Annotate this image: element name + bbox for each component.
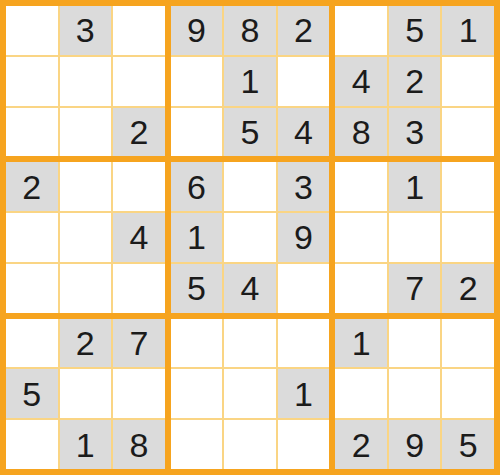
cell-r5c1[interactable] [6,213,58,262]
cell-r7c7: 1 [335,319,387,368]
cell-r4c2[interactable] [60,162,112,211]
cell-r1c6: 2 [278,6,330,55]
cell-r6c2[interactable] [60,264,112,313]
cell-r3c4[interactable] [171,108,223,157]
cell-r6c3[interactable] [113,264,165,313]
sudoku-box-8: 1 [171,319,330,469]
cell-r6c7[interactable] [335,264,387,313]
cell-r9c2: 1 [60,420,112,469]
cell-r9c8: 9 [389,420,441,469]
cell-r5c5[interactable] [224,213,276,262]
cell-r2c4[interactable] [171,57,223,106]
cell-r4c4: 6 [171,162,223,211]
cell-r4c3[interactable] [113,162,165,211]
cell-r1c8: 5 [389,6,441,55]
cell-r2c8: 2 [389,57,441,106]
cell-r1c2: 3 [60,6,112,55]
sudoku-box-2: 982154 [171,6,330,156]
cell-r8c2[interactable] [60,369,112,418]
cell-r7c3: 7 [113,319,165,368]
cell-r5c3: 4 [113,213,165,262]
cell-r2c9[interactable] [442,57,494,106]
cell-r4c6: 3 [278,162,330,211]
cell-r9c5[interactable] [224,420,276,469]
cell-r7c1[interactable] [6,319,58,368]
cell-r3c7: 8 [335,108,387,157]
cell-r2c3[interactable] [113,57,165,106]
cell-r2c6[interactable] [278,57,330,106]
cell-r8c7[interactable] [335,369,387,418]
cell-r4c5[interactable] [224,162,276,211]
cell-r6c1[interactable] [6,264,58,313]
cell-r6c4: 5 [171,264,223,313]
cell-r6c6[interactable] [278,264,330,313]
cell-r9c7: 2 [335,420,387,469]
sudoku-box-4: 24 [6,162,165,312]
cell-r3c9[interactable] [442,108,494,157]
cell-r1c7[interactable] [335,6,387,55]
cell-r9c4[interactable] [171,420,223,469]
cell-r7c6[interactable] [278,319,330,368]
cell-r7c9[interactable] [442,319,494,368]
cell-r4c1: 2 [6,162,58,211]
cell-r8c8[interactable] [389,369,441,418]
cell-r6c5: 4 [224,264,276,313]
cell-r2c5: 1 [224,57,276,106]
cell-r1c3[interactable] [113,6,165,55]
cell-r4c9[interactable] [442,162,494,211]
cell-r8c6: 1 [278,369,330,418]
cell-r5c7[interactable] [335,213,387,262]
sudoku-board: 32982154514283246319541722751811295 [0,0,500,475]
cell-r2c1[interactable] [6,57,58,106]
cell-r2c7: 4 [335,57,387,106]
cell-r9c1[interactable] [6,420,58,469]
cell-r7c2: 2 [60,319,112,368]
cell-r3c3: 2 [113,108,165,157]
cell-r5c2[interactable] [60,213,112,262]
cell-r3c1[interactable] [6,108,58,157]
cell-r5c6: 9 [278,213,330,262]
cell-r7c8[interactable] [389,319,441,368]
cell-r5c8[interactable] [389,213,441,262]
cell-r3c6: 4 [278,108,330,157]
cell-r4c8: 1 [389,162,441,211]
sudoku-box-1: 32 [6,6,165,156]
sudoku-box-3: 514283 [335,6,494,156]
cell-r1c1[interactable] [6,6,58,55]
cell-r8c5[interactable] [224,369,276,418]
cell-r2c2[interactable] [60,57,112,106]
cell-r9c9: 5 [442,420,494,469]
cell-r8c1: 5 [6,369,58,418]
cell-r3c2[interactable] [60,108,112,157]
sudoku-box-5: 631954 [171,162,330,312]
cell-r8c9[interactable] [442,369,494,418]
cell-r1c9: 1 [442,6,494,55]
sudoku-box-7: 27518 [6,319,165,469]
cell-r7c4[interactable] [171,319,223,368]
cell-r9c6[interactable] [278,420,330,469]
cell-r1c5: 8 [224,6,276,55]
cell-r5c9[interactable] [442,213,494,262]
cell-r6c8: 7 [389,264,441,313]
cell-r8c4[interactable] [171,369,223,418]
cell-r1c4: 9 [171,6,223,55]
cell-r3c8: 3 [389,108,441,157]
cell-r5c4: 1 [171,213,223,262]
sudoku-box-6: 172 [335,162,494,312]
cell-r3c5: 5 [224,108,276,157]
cell-r7c5[interactable] [224,319,276,368]
cell-r8c3[interactable] [113,369,165,418]
sudoku-box-9: 1295 [335,319,494,469]
cell-r4c7[interactable] [335,162,387,211]
cell-r9c3: 8 [113,420,165,469]
cell-r6c9: 2 [442,264,494,313]
